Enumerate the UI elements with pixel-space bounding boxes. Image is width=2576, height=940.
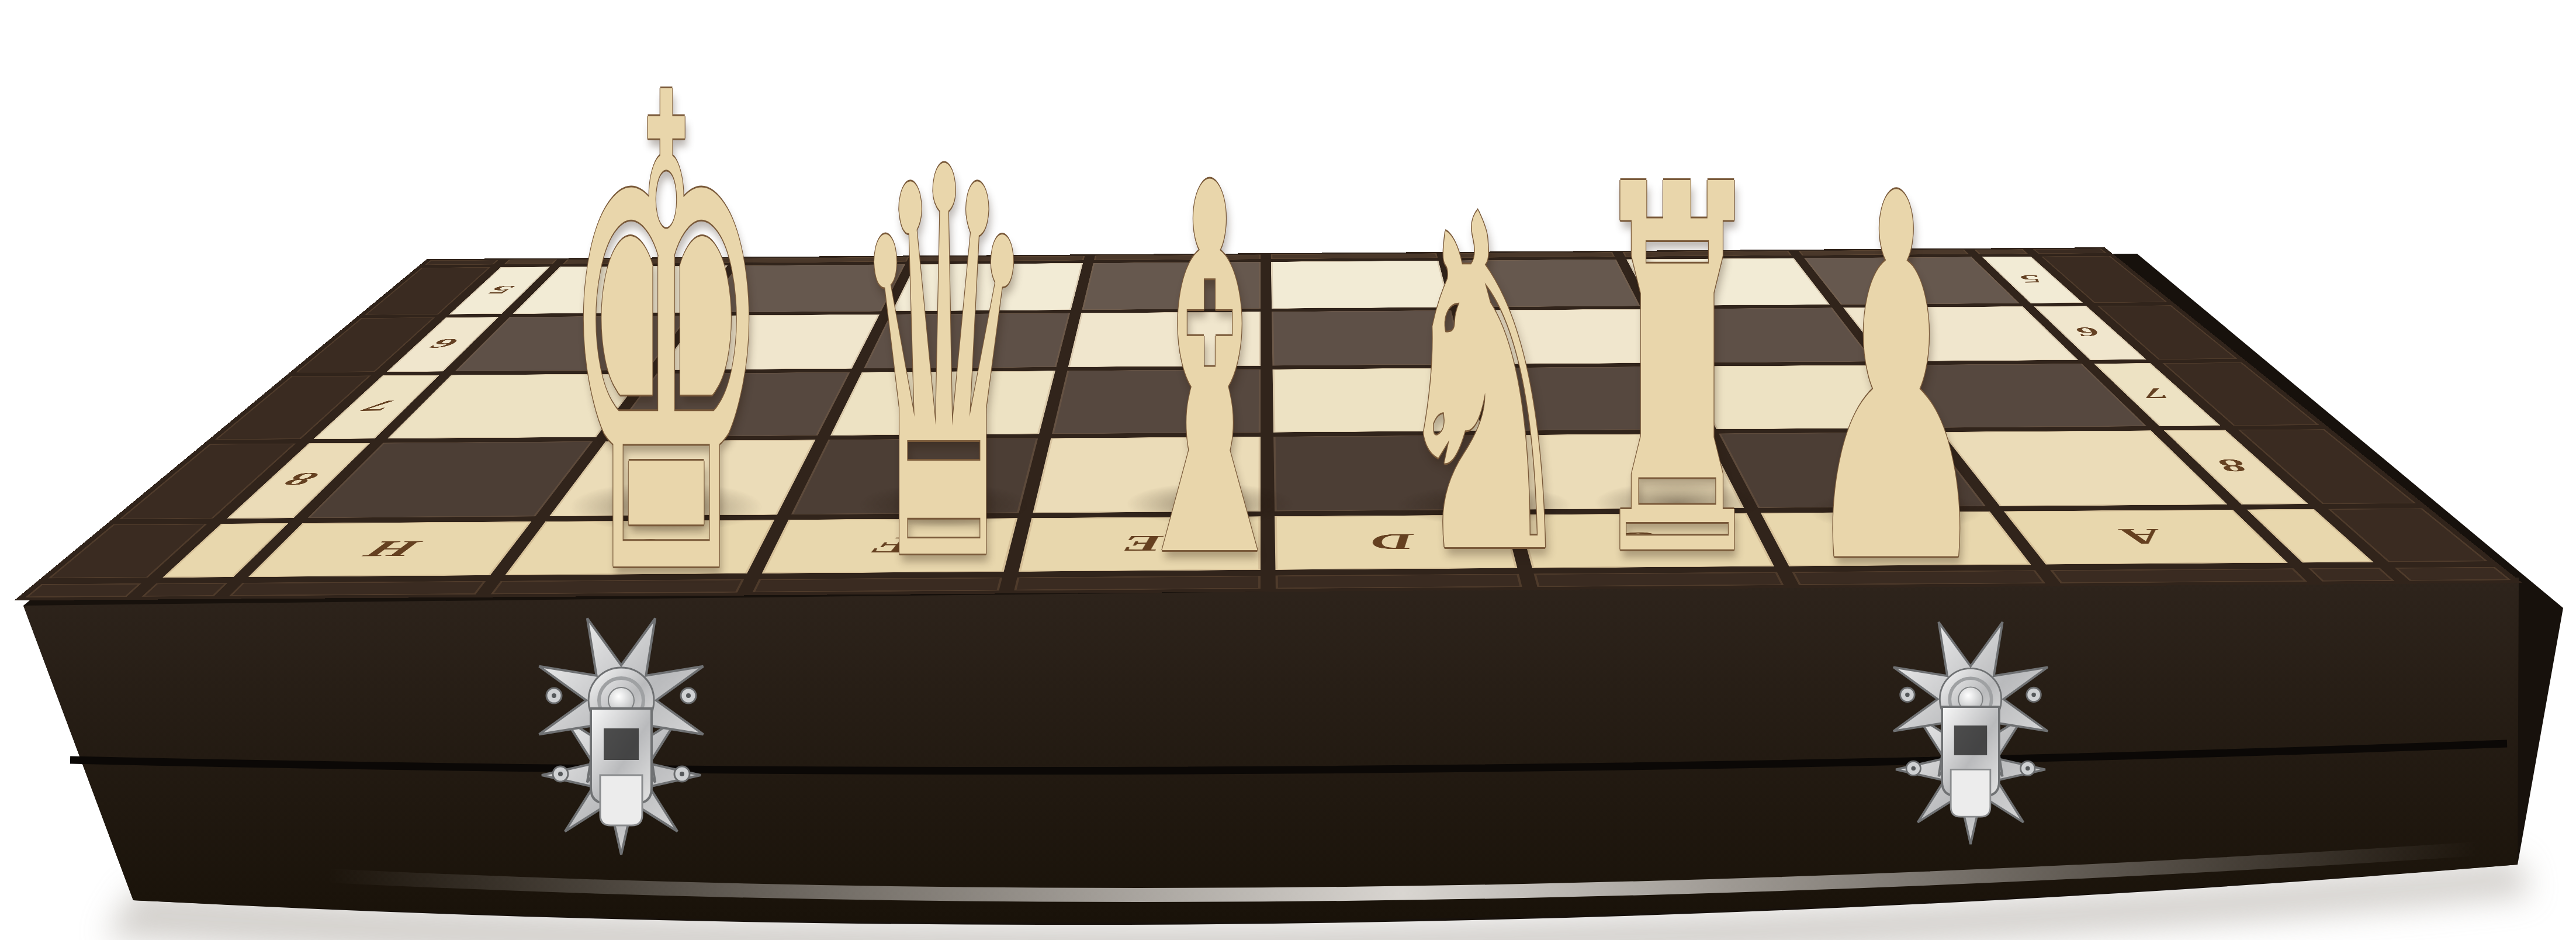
clasp-screw-slot <box>1905 693 1910 697</box>
clasp-screw-slot <box>686 693 691 698</box>
clasp-screw-slot <box>552 693 556 698</box>
chess-box-body <box>0 0 2576 940</box>
clasp-screw-slot <box>680 772 684 776</box>
clasp-screw-slot <box>1911 766 1916 771</box>
clasp-hook-notch <box>1954 725 1987 755</box>
clasp-tongue <box>1951 769 1990 817</box>
clasp-tongue <box>600 775 642 825</box>
clasp-screw-slot <box>2031 693 2036 697</box>
product-photo: 55667788HGFEDCBA ♚♛♝♞♜♟ <box>0 0 2576 940</box>
clasp-hook-notch <box>604 728 639 760</box>
clasp-screw-slot <box>558 772 563 776</box>
clasp-screw-slot <box>2026 766 2030 771</box>
